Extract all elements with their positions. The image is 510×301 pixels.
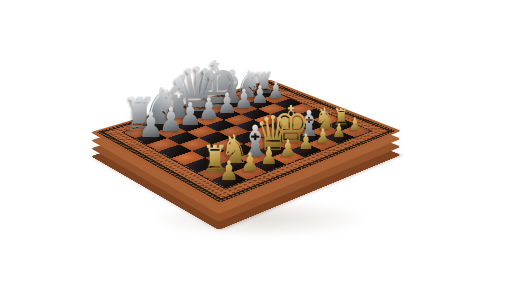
chess-board — [91, 80, 401, 206]
chess-set-product-photo: ♜♞♝♛♚♝♞♜♟♟♟♟♟♟♟♟♜♞♝♛♚♝♞♜♟♟♟♟♟♟♟♟ — [0, 0, 510, 301]
